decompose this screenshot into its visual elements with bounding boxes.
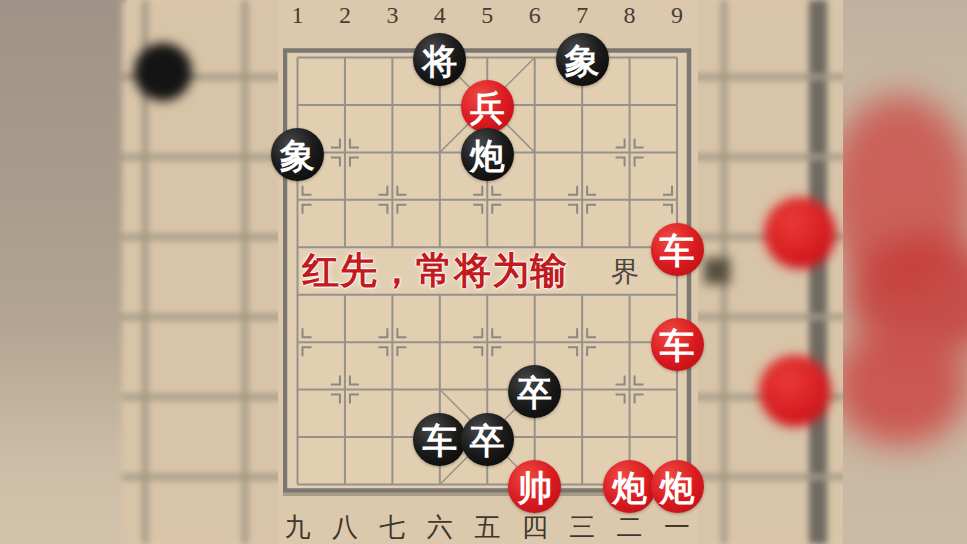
piece-red-车[interactable]: 车 (651, 318, 704, 371)
piece-black-将[interactable]: 将 (413, 33, 466, 86)
video-frame: 界 123456789 九八七六五四三二一 将象兵象炮车车卒车卒帅炮炮 红先，常… (0, 0, 967, 544)
piece-black-象[interactable]: 象 (556, 33, 609, 86)
piece-black-车[interactable]: 车 (413, 413, 466, 466)
piece-red-车[interactable]: 车 (651, 223, 704, 276)
piece-black-象[interactable]: 象 (271, 128, 324, 181)
caption-overlay: 红先，常将为输 (302, 246, 568, 296)
piece-red-炮[interactable]: 炮 (603, 460, 656, 513)
piece-black-卒[interactable]: 卒 (508, 365, 561, 418)
piece-black-炮[interactable]: 炮 (461, 128, 514, 181)
piece-red-炮[interactable]: 炮 (651, 460, 704, 513)
piece-black-卒[interactable]: 卒 (461, 413, 514, 466)
piece-red-兵[interactable]: 兵 (461, 80, 514, 133)
piece-red-帅[interactable]: 帅 (508, 460, 561, 513)
